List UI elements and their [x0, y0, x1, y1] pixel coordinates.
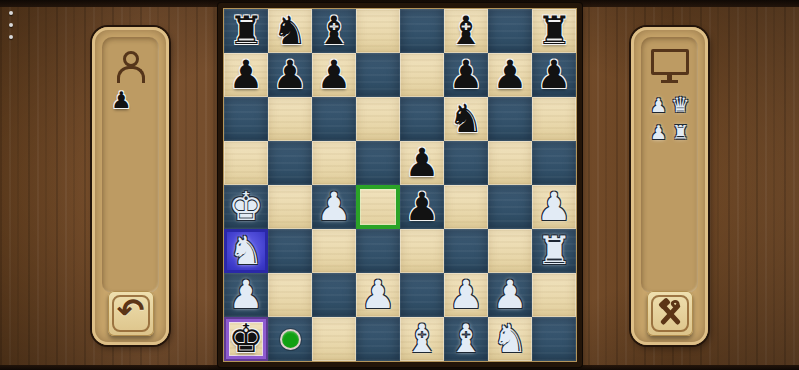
square-a1[interactable]: ♚: [224, 317, 268, 361]
square-e7[interactable]: [400, 53, 444, 97]
square-g2[interactable]: ♟: [488, 273, 532, 317]
undo-arrow-icon: ↶: [117, 291, 145, 330]
square-c4[interactable]: ♟: [312, 185, 356, 229]
piece-white-rook: ♜: [537, 231, 572, 270]
square-g7[interactable]: ♟: [488, 53, 532, 97]
captured-white-rook: ♜: [672, 123, 689, 142]
piece-black-pawn: ♟: [405, 187, 440, 226]
piece-black-knight: ♞: [449, 99, 484, 138]
piece-black-bishop: ♝: [317, 11, 352, 50]
square-e2[interactable]: [400, 273, 444, 317]
square-c5[interactable]: [312, 141, 356, 185]
computer-player-icon: [650, 49, 690, 83]
square-h6[interactable]: [532, 97, 576, 141]
square-b8[interactable]: ♞: [268, 9, 312, 53]
square-a4[interactable]: ♚: [224, 185, 268, 229]
square-e3[interactable]: [400, 229, 444, 273]
captured-white-pawn: ♟: [650, 96, 667, 115]
overflow-menu-icon[interactable]: [5, 11, 17, 39]
square-d5[interactable]: [356, 141, 400, 185]
square-c6[interactable]: [312, 97, 356, 141]
left-player-panel: ♟ ↶: [92, 27, 169, 345]
piece-white-pawn: ♟: [537, 187, 572, 226]
square-b3[interactable]: [268, 229, 312, 273]
square-e8[interactable]: [400, 9, 444, 53]
piece-black-pawn: ♟: [317, 55, 352, 94]
piece-black-rook: ♜: [229, 11, 264, 50]
square-f7[interactable]: ♟: [444, 53, 488, 97]
square-g3[interactable]: [488, 229, 532, 273]
square-b4[interactable]: [268, 185, 312, 229]
square-b6[interactable]: [268, 97, 312, 141]
square-f2[interactable]: ♟: [444, 273, 488, 317]
square-g6[interactable]: [488, 97, 532, 141]
left-panel-tray: ♟: [102, 37, 159, 293]
square-g8[interactable]: [488, 9, 532, 53]
square-h4[interactable]: ♟: [532, 185, 576, 229]
piece-white-pawn: ♟: [449, 275, 484, 314]
piece-black-pawn: ♟: [449, 55, 484, 94]
piece-black-pawn: ♟: [537, 55, 572, 94]
piece-black-rook: ♜: [537, 11, 572, 50]
square-c3[interactable]: [312, 229, 356, 273]
square-f5[interactable]: [444, 141, 488, 185]
piece-white-knight: ♞: [229, 231, 264, 270]
square-a5[interactable]: [224, 141, 268, 185]
right-panel-tray: ♟♛♟♜: [641, 37, 698, 293]
square-a7[interactable]: ♟: [224, 53, 268, 97]
piece-white-pawn: ♟: [361, 275, 396, 314]
square-f3[interactable]: [444, 229, 488, 273]
square-e4[interactable]: ♟: [400, 185, 444, 229]
piece-black-pawn: ♟: [493, 55, 528, 94]
square-h2[interactable]: [532, 273, 576, 317]
piece-white-pawn: ♟: [317, 187, 352, 226]
captured-white-pieces: ♟♛♟♜: [648, 92, 692, 146]
square-d3[interactable]: [356, 229, 400, 273]
square-a2[interactable]: ♟: [224, 273, 268, 317]
square-h3[interactable]: ♜: [532, 229, 576, 273]
piece-black-pawn: ♟: [229, 55, 264, 94]
square-g1[interactable]: ♞: [488, 317, 532, 361]
square-g4[interactable]: [488, 185, 532, 229]
human-player-icon: [116, 51, 146, 81]
square-e1[interactable]: ♝: [400, 317, 444, 361]
piece-white-king: ♚: [229, 187, 264, 226]
piece-white-knight: ♞: [493, 319, 528, 358]
square-f4[interactable]: [444, 185, 488, 229]
piece-black-pawn: ♟: [405, 143, 440, 182]
captured-black-pieces: ♟: [111, 89, 132, 112]
piece-black-bishop: ♝: [449, 11, 484, 50]
undo-button[interactable]: ↶: [108, 291, 154, 336]
square-b1[interactable]: [268, 317, 312, 361]
square-f8[interactable]: ♝: [444, 9, 488, 53]
square-a8[interactable]: ♜: [224, 9, 268, 53]
square-e5[interactable]: ♟: [400, 141, 444, 185]
square-d6[interactable]: [356, 97, 400, 141]
piece-white-bishop: ♝: [449, 319, 484, 358]
square-h8[interactable]: ♜: [532, 9, 576, 53]
captured-white-pawn: ♟: [650, 123, 667, 142]
square-h1[interactable]: [532, 317, 576, 361]
piece-black-king: ♚: [229, 319, 264, 358]
square-b5[interactable]: [268, 141, 312, 185]
piece-black-pawn: ♟: [273, 55, 308, 94]
square-e6[interactable]: [400, 97, 444, 141]
square-c8[interactable]: ♝: [312, 9, 356, 53]
square-g5[interactable]: [488, 141, 532, 185]
board-inner-frame: ♜♞♝♝♜♟♟♟♟♟♟♞♟♚♟♟♟♞♜♟♟♟♟♚♝♝♞: [223, 8, 577, 362]
square-d4[interactable]: [356, 185, 400, 229]
captured-white-queen: ♛: [671, 95, 690, 116]
square-a6[interactable]: [224, 97, 268, 141]
square-b7[interactable]: ♟: [268, 53, 312, 97]
captured-black-pawn: ♟: [111, 87, 132, 113]
move-target-dot: [280, 329, 301, 350]
square-b2[interactable]: [268, 273, 312, 317]
chess-board: ♜♞♝♝♜♟♟♟♟♟♟♞♟♚♟♟♟♞♜♟♟♟♟♚♝♝♞: [218, 3, 582, 367]
piece-white-pawn: ♟: [493, 275, 528, 314]
piece-white-pawn: ♟: [229, 275, 264, 314]
crossed-tools-icon: [655, 299, 685, 329]
tools-button[interactable]: [647, 291, 693, 336]
board-grid: ♜♞♝♝♜♟♟♟♟♟♟♞♟♚♟♟♟♞♜♟♟♟♟♚♝♝♞: [224, 9, 576, 361]
square-d8[interactable]: [356, 9, 400, 53]
right-player-panel: ♟♛♟♜: [631, 27, 708, 345]
square-a3[interactable]: ♞: [224, 229, 268, 273]
square-d1[interactable]: [356, 317, 400, 361]
piece-black-knight: ♞: [273, 11, 308, 50]
square-d2[interactable]: ♟: [356, 273, 400, 317]
square-f1[interactable]: ♝: [444, 317, 488, 361]
square-c1[interactable]: [312, 317, 356, 361]
square-f6[interactable]: ♞: [444, 97, 488, 141]
square-c7[interactable]: ♟: [312, 53, 356, 97]
piece-white-bishop: ♝: [405, 319, 440, 358]
square-c2[interactable]: [312, 273, 356, 317]
square-h5[interactable]: [532, 141, 576, 185]
square-d7[interactable]: [356, 53, 400, 97]
square-h7[interactable]: ♟: [532, 53, 576, 97]
